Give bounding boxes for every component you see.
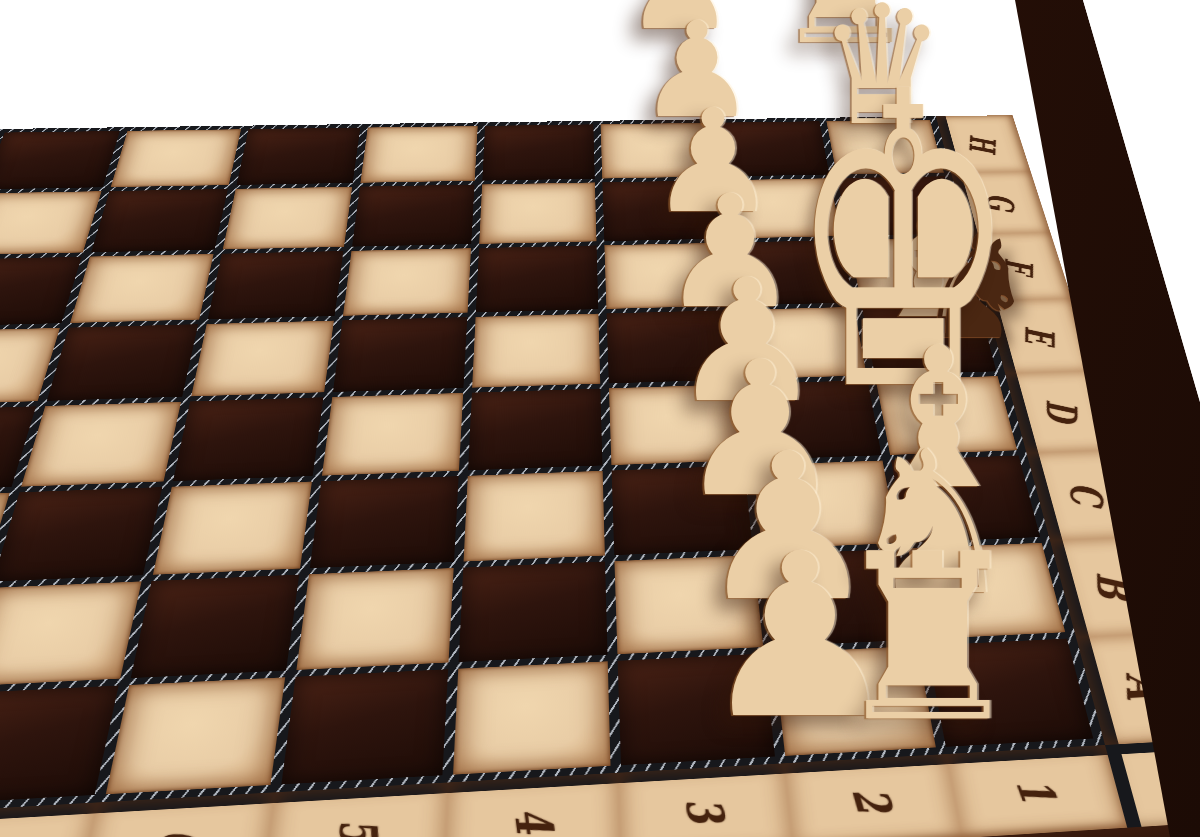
- white-pawn-d2: ♟: [603, 264, 891, 420]
- white-rook-a1: ♜: [743, 533, 1114, 744]
- white-king-d1: ♚: [689, 57, 1117, 430]
- white-pawn-c2: ♟: [602, 345, 918, 516]
- white-bishop-f1: ♝: [822, 205, 1034, 332]
- white-bishop-c1: ♝: [790, 330, 1087, 508]
- pieces-layer: ♟♜♟♛♟♟♝♞♟♚♝♟♞♟♟♜: [0, 0, 1200, 837]
- white-pawn-b2: ♟: [616, 436, 960, 622]
- photo-scene: HGFEDCBA 654321 ♟♜♟♛♟♟♝♞♟♚♝♟♞♟♟♜: [0, 0, 1200, 837]
- white-knight-b1: ♞: [772, 433, 1091, 614]
- white-queen-g1: ♛: [763, 0, 1001, 142]
- white-pawn-f2: ♟: [592, 97, 834, 228]
- white-rook-h1: ♜: [708, 0, 984, 62]
- black-knight-e1: ♞: [859, 222, 1091, 354]
- white-pawn-g2: ♟: [585, 10, 809, 131]
- white-pawn-e2: ♟: [598, 181, 862, 324]
- white-pawn-a2: ♟: [608, 533, 992, 740]
- white-pawn-h2: ♟: [576, 0, 784, 42]
